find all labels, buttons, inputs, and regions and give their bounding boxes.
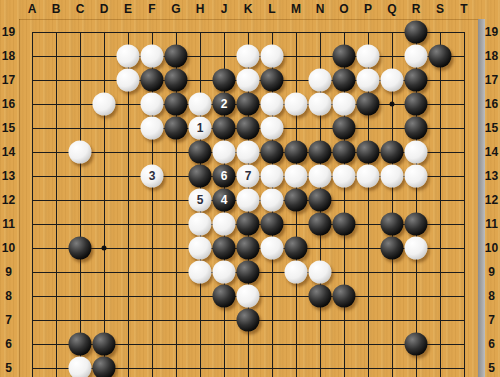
coord-number-right-13: 13 bbox=[483, 168, 500, 184]
stone-black-N11 bbox=[309, 213, 332, 236]
coord-letter-T: T bbox=[452, 2, 476, 16]
grid-line bbox=[464, 32, 465, 377]
stone-black-N14 bbox=[309, 141, 332, 164]
stone-white-K8 bbox=[237, 285, 260, 308]
stone-white-O16 bbox=[333, 93, 356, 116]
stone-white-P13 bbox=[357, 165, 380, 188]
stone-white-P18 bbox=[357, 45, 380, 68]
coord-number-right-9: 9 bbox=[483, 264, 500, 280]
stone-white-H15-move-1: 1 bbox=[189, 117, 212, 140]
grid-line bbox=[104, 32, 105, 377]
go-board: ABCDEFGHJKLMNOPQRST 19181716151413121110… bbox=[0, 0, 500, 377]
stone-black-M10 bbox=[285, 237, 308, 260]
coord-letter-A: A bbox=[20, 2, 44, 16]
coord-letter-O: O bbox=[332, 2, 356, 16]
stone-black-L11 bbox=[261, 213, 284, 236]
stone-black-H14 bbox=[189, 141, 212, 164]
grid-line bbox=[56, 32, 57, 377]
stone-black-K9 bbox=[237, 261, 260, 284]
stone-black-K15 bbox=[237, 117, 260, 140]
stone-black-K7 bbox=[237, 309, 260, 332]
stone-white-F15 bbox=[141, 117, 164, 140]
board-left-edge bbox=[19, 19, 20, 377]
coord-number-right-5: 5 bbox=[483, 360, 500, 376]
coord-number-left-6: 6 bbox=[0, 336, 17, 352]
stone-white-P17 bbox=[357, 69, 380, 92]
stone-black-R6 bbox=[405, 333, 428, 356]
stone-black-K16 bbox=[237, 93, 260, 116]
stone-black-C6 bbox=[69, 333, 92, 356]
grid-line bbox=[440, 32, 441, 377]
coord-number-left-8: 8 bbox=[0, 288, 17, 304]
stone-black-R17 bbox=[405, 69, 428, 92]
coord-letter-Q: Q bbox=[380, 2, 404, 16]
stone-black-O8 bbox=[333, 285, 356, 308]
stone-white-L15 bbox=[261, 117, 284, 140]
stone-black-J15 bbox=[213, 117, 236, 140]
coord-number-left-17: 17 bbox=[0, 72, 17, 88]
stone-black-J12-move-4: 4 bbox=[213, 189, 236, 212]
coord-number-left-10: 10 bbox=[0, 240, 17, 256]
coord-letter-C: C bbox=[68, 2, 92, 16]
coord-letter-L: L bbox=[260, 2, 284, 16]
stone-white-R10 bbox=[405, 237, 428, 260]
coord-number-right-10: 10 bbox=[483, 240, 500, 256]
coord-number-left-9: 9 bbox=[0, 264, 17, 280]
coord-letter-E: E bbox=[116, 2, 140, 16]
stone-white-M13 bbox=[285, 165, 308, 188]
stone-black-L17 bbox=[261, 69, 284, 92]
coord-number-left-14: 14 bbox=[0, 144, 17, 160]
stone-white-F13-move-3: 3 bbox=[141, 165, 164, 188]
stone-black-P14 bbox=[357, 141, 380, 164]
stone-white-E18 bbox=[117, 45, 140, 68]
star-point-D10 bbox=[102, 246, 107, 251]
stone-black-K11 bbox=[237, 213, 260, 236]
stone-black-M12 bbox=[285, 189, 308, 212]
stone-black-R11 bbox=[405, 213, 428, 236]
coord-letter-N: N bbox=[308, 2, 332, 16]
coord-number-right-15: 15 bbox=[483, 120, 500, 136]
stone-white-J9 bbox=[213, 261, 236, 284]
stone-white-Q17 bbox=[381, 69, 404, 92]
stone-black-R15 bbox=[405, 117, 428, 140]
stone-white-M16 bbox=[285, 93, 308, 116]
stone-white-H12-move-5: 5 bbox=[189, 189, 212, 212]
stone-black-J13-move-6: 6 bbox=[213, 165, 236, 188]
stone-black-D5 bbox=[93, 357, 116, 377]
stone-white-J14 bbox=[213, 141, 236, 164]
stone-black-N12 bbox=[309, 189, 332, 212]
stone-black-J17 bbox=[213, 69, 236, 92]
stone-white-R14 bbox=[405, 141, 428, 164]
coord-letter-J: J bbox=[212, 2, 236, 16]
stone-white-C14 bbox=[69, 141, 92, 164]
stone-white-K18 bbox=[237, 45, 260, 68]
stone-black-G16 bbox=[165, 93, 188, 116]
coord-number-right-11: 11 bbox=[483, 216, 500, 232]
stone-black-L14 bbox=[261, 141, 284, 164]
coord-number-left-11: 11 bbox=[0, 216, 17, 232]
stone-black-R19 bbox=[405, 21, 428, 44]
stone-black-Q11 bbox=[381, 213, 404, 236]
stone-black-O18 bbox=[333, 45, 356, 68]
grid-line bbox=[32, 32, 33, 377]
coord-number-right-7: 7 bbox=[483, 312, 500, 328]
coord-number-left-13: 13 bbox=[0, 168, 17, 184]
stone-white-R18 bbox=[405, 45, 428, 68]
stone-white-L10 bbox=[261, 237, 284, 260]
coord-number-left-18: 18 bbox=[0, 48, 17, 64]
stone-black-Q10 bbox=[381, 237, 404, 260]
coord-number-left-19: 19 bbox=[0, 24, 17, 40]
stone-white-F18 bbox=[141, 45, 164, 68]
coord-letter-M: M bbox=[284, 2, 308, 16]
stone-white-H11 bbox=[189, 213, 212, 236]
coord-number-right-19: 19 bbox=[483, 24, 500, 40]
coord-number-left-5: 5 bbox=[0, 360, 17, 376]
stone-white-K14 bbox=[237, 141, 260, 164]
stone-black-K10 bbox=[237, 237, 260, 260]
stone-black-O14 bbox=[333, 141, 356, 164]
stone-black-Q14 bbox=[381, 141, 404, 164]
stone-white-N9 bbox=[309, 261, 332, 284]
stone-white-H10 bbox=[189, 237, 212, 260]
coord-letter-K: K bbox=[236, 2, 260, 16]
coord-number-left-7: 7 bbox=[0, 312, 17, 328]
stone-black-O15 bbox=[333, 117, 356, 140]
stone-black-C10 bbox=[69, 237, 92, 260]
stone-white-N16 bbox=[309, 93, 332, 116]
stone-black-J10 bbox=[213, 237, 236, 260]
stone-white-L13 bbox=[261, 165, 284, 188]
stone-black-G15 bbox=[165, 117, 188, 140]
stone-black-O17 bbox=[333, 69, 356, 92]
stone-black-H13 bbox=[189, 165, 212, 188]
coord-letter-D: D bbox=[92, 2, 116, 16]
stone-white-M9 bbox=[285, 261, 308, 284]
stone-black-M14 bbox=[285, 141, 308, 164]
stone-black-G18 bbox=[165, 45, 188, 68]
stone-black-F17 bbox=[141, 69, 164, 92]
stone-white-L18 bbox=[261, 45, 284, 68]
coord-number-right-18: 18 bbox=[483, 48, 500, 64]
stone-white-O13 bbox=[333, 165, 356, 188]
stone-white-K12 bbox=[237, 189, 260, 212]
coord-number-right-14: 14 bbox=[483, 144, 500, 160]
stone-white-L16 bbox=[261, 93, 284, 116]
stone-white-H9 bbox=[189, 261, 212, 284]
stone-white-K13-move-7: 7 bbox=[237, 165, 260, 188]
coord-letter-P: P bbox=[356, 2, 380, 16]
stone-black-P16 bbox=[357, 93, 380, 116]
coord-number-left-12: 12 bbox=[0, 192, 17, 208]
stone-white-F16 bbox=[141, 93, 164, 116]
stone-white-J11 bbox=[213, 213, 236, 236]
stone-white-K17 bbox=[237, 69, 260, 92]
stone-black-N8 bbox=[309, 285, 332, 308]
coord-letter-G: G bbox=[164, 2, 188, 16]
star-point-Q16 bbox=[390, 102, 395, 107]
stone-black-R16 bbox=[405, 93, 428, 116]
coord-letter-R: R bbox=[404, 2, 428, 16]
stone-white-R13 bbox=[405, 165, 428, 188]
stone-black-O11 bbox=[333, 213, 356, 236]
stone-white-N17 bbox=[309, 69, 332, 92]
stone-white-H16 bbox=[189, 93, 212, 116]
coord-number-right-6: 6 bbox=[483, 336, 500, 352]
stone-black-J8 bbox=[213, 285, 236, 308]
stone-white-E17 bbox=[117, 69, 140, 92]
coord-number-right-17: 17 bbox=[483, 72, 500, 88]
stone-black-D6 bbox=[93, 333, 116, 356]
stone-black-S18 bbox=[429, 45, 452, 68]
coord-letter-H: H bbox=[188, 2, 212, 16]
grid-line bbox=[80, 32, 81, 377]
coord-letter-S: S bbox=[428, 2, 452, 16]
stone-white-C5 bbox=[69, 357, 92, 377]
stone-white-Q13 bbox=[381, 165, 404, 188]
coord-letter-F: F bbox=[140, 2, 164, 16]
stone-white-L12 bbox=[261, 189, 284, 212]
coord-number-left-16: 16 bbox=[0, 96, 17, 112]
coord-number-right-16: 16 bbox=[483, 96, 500, 112]
stone-white-N13 bbox=[309, 165, 332, 188]
coord-number-right-8: 8 bbox=[483, 288, 500, 304]
stone-white-D16 bbox=[93, 93, 116, 116]
coord-letter-B: B bbox=[44, 2, 68, 16]
stone-black-G17 bbox=[165, 69, 188, 92]
coord-number-right-12: 12 bbox=[483, 192, 500, 208]
coord-number-left-15: 15 bbox=[0, 120, 17, 136]
stone-black-J16-move-2: 2 bbox=[213, 93, 236, 116]
